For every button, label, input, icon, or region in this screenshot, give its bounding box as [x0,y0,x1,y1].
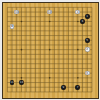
stone-white: 10 [14,10,19,15]
go-board[interactable]: 10124138526111397 [2,2,99,99]
stone-black: 7 [75,85,80,90]
stone-white: 12 [47,10,52,15]
stone-black: 11 [10,80,15,85]
stone-black: 13 [19,80,24,85]
stones-layer: 10124138526111397 [5,5,94,94]
stone-black: 9 [61,85,66,90]
stone-white: 4 [75,10,80,15]
stone-white: 2 [85,47,90,52]
stone-black: 1 [85,14,90,19]
stone-black: 5 [85,38,90,43]
stone-white: 8 [10,24,15,29]
stone-black: 3 [80,19,85,24]
stone-white: 6 [85,71,90,76]
